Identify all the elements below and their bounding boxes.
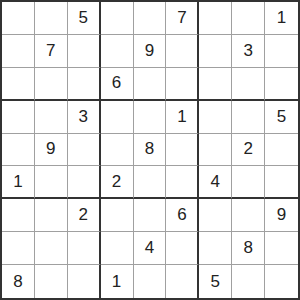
cell-r9c9[interactable] (265, 265, 298, 298)
cell-r2c3[interactable] (68, 35, 101, 68)
cell-r1c8[interactable] (232, 2, 265, 35)
cell-r5c7[interactable] (199, 134, 232, 167)
cell-r1c3[interactable]: 5 (68, 2, 101, 35)
cell-r3c1[interactable] (2, 68, 35, 101)
cell-r8c1[interactable] (2, 232, 35, 265)
cell-r6c1[interactable]: 1 (2, 166, 35, 199)
cell-r2c4[interactable] (101, 35, 134, 68)
cell-r2c9[interactable] (265, 35, 298, 68)
cell-r6c4[interactable]: 2 (101, 166, 134, 199)
cell-r1c7[interactable] (199, 2, 232, 35)
cell-r7c5[interactable] (134, 199, 167, 232)
cell-r4c3[interactable]: 3 (68, 101, 101, 134)
cell-r4c2[interactable] (35, 101, 68, 134)
cell-r2c5[interactable]: 9 (134, 35, 167, 68)
cell-r1c6[interactable]: 7 (166, 2, 199, 35)
cell-r9c8[interactable] (232, 265, 265, 298)
cell-r7c3[interactable]: 2 (68, 199, 101, 232)
cell-r5c8[interactable]: 2 (232, 134, 265, 167)
cell-r5c9[interactable] (265, 134, 298, 167)
cell-r2c2[interactable]: 7 (35, 35, 68, 68)
cell-r1c9[interactable]: 1 (265, 2, 298, 35)
cell-r3c8[interactable] (232, 68, 265, 101)
cell-r5c4[interactable] (101, 134, 134, 167)
cell-r3c2[interactable] (35, 68, 68, 101)
cell-r4c6[interactable]: 1 (166, 101, 199, 134)
cell-r9c7[interactable]: 5 (199, 265, 232, 298)
cell-r6c8[interactable] (232, 166, 265, 199)
cell-r6c3[interactable] (68, 166, 101, 199)
cell-r3c9[interactable] (265, 68, 298, 101)
cell-r4c5[interactable] (134, 101, 167, 134)
cell-r4c8[interactable] (232, 101, 265, 134)
cell-r8c3[interactable] (68, 232, 101, 265)
cell-r6c5[interactable] (134, 166, 167, 199)
cell-r8c2[interactable] (35, 232, 68, 265)
cell-r5c2[interactable]: 9 (35, 134, 68, 167)
cell-r7c9[interactable]: 9 (265, 199, 298, 232)
cell-r6c7[interactable]: 4 (199, 166, 232, 199)
cell-r3c3[interactable] (68, 68, 101, 101)
cell-r5c1[interactable] (2, 134, 35, 167)
cell-r9c3[interactable] (68, 265, 101, 298)
cell-r4c9[interactable]: 5 (265, 101, 298, 134)
cell-r2c8[interactable]: 3 (232, 35, 265, 68)
cell-r4c1[interactable] (2, 101, 35, 134)
cell-r1c2[interactable] (35, 2, 68, 35)
cell-r1c5[interactable] (134, 2, 167, 35)
cell-r9c2[interactable] (35, 265, 68, 298)
cell-r8c8[interactable]: 8 (232, 232, 265, 265)
cell-r6c6[interactable] (166, 166, 199, 199)
cell-r3c6[interactable] (166, 68, 199, 101)
cell-r8c6[interactable] (166, 232, 199, 265)
cell-r5c6[interactable] (166, 134, 199, 167)
cell-r1c1[interactable] (2, 2, 35, 35)
sudoku-board: 571793631598212426948815 (0, 0, 300, 300)
cell-r6c9[interactable] (265, 166, 298, 199)
cell-r1c4[interactable] (101, 2, 134, 35)
cell-r3c4[interactable]: 6 (101, 68, 134, 101)
cell-r3c5[interactable] (134, 68, 167, 101)
cell-r8c5[interactable]: 4 (134, 232, 167, 265)
cell-r2c6[interactable] (166, 35, 199, 68)
cell-r7c6[interactable]: 6 (166, 199, 199, 232)
cell-r9c5[interactable] (134, 265, 167, 298)
cell-r9c4[interactable]: 1 (101, 265, 134, 298)
cell-r2c7[interactable] (199, 35, 232, 68)
cell-r9c6[interactable] (166, 265, 199, 298)
cell-r2c1[interactable] (2, 35, 35, 68)
cell-r6c2[interactable] (35, 166, 68, 199)
cell-r4c7[interactable] (199, 101, 232, 134)
cell-r7c1[interactable] (2, 199, 35, 232)
cell-r5c3[interactable] (68, 134, 101, 167)
cell-r8c4[interactable] (101, 232, 134, 265)
cell-r5c5[interactable]: 8 (134, 134, 167, 167)
cell-r7c7[interactable] (199, 199, 232, 232)
cell-r4c4[interactable] (101, 101, 134, 134)
cell-r9c1[interactable]: 8 (2, 265, 35, 298)
cell-r3c7[interactable] (199, 68, 232, 101)
cell-r7c8[interactable] (232, 199, 265, 232)
cell-r7c2[interactable] (35, 199, 68, 232)
cell-r8c7[interactable] (199, 232, 232, 265)
cell-r7c4[interactable] (101, 199, 134, 232)
cell-r8c9[interactable] (265, 232, 298, 265)
